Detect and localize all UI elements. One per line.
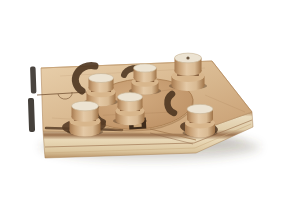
peg-top-face: [72, 101, 99, 111]
peg-top-hole: [186, 56, 189, 59]
peg-top-face: [118, 93, 143, 102]
peg-front-left[interactable]: [67, 101, 103, 136]
peg-back-center[interactable]: [129, 64, 161, 95]
peg-top-face: [134, 64, 157, 72]
peg-top-face: [89, 74, 114, 83]
peg-top-face: [187, 104, 213, 113]
slider-end-cap-upper[interactable]: [30, 66, 36, 93]
puzzle-board-photo: [0, 0, 290, 218]
slider-end-cap-lower[interactable]: [28, 98, 35, 132]
peg-center[interactable]: [113, 93, 147, 126]
peg-front-right[interactable]: [183, 104, 218, 137]
product-photo: [0, 0, 290, 218]
